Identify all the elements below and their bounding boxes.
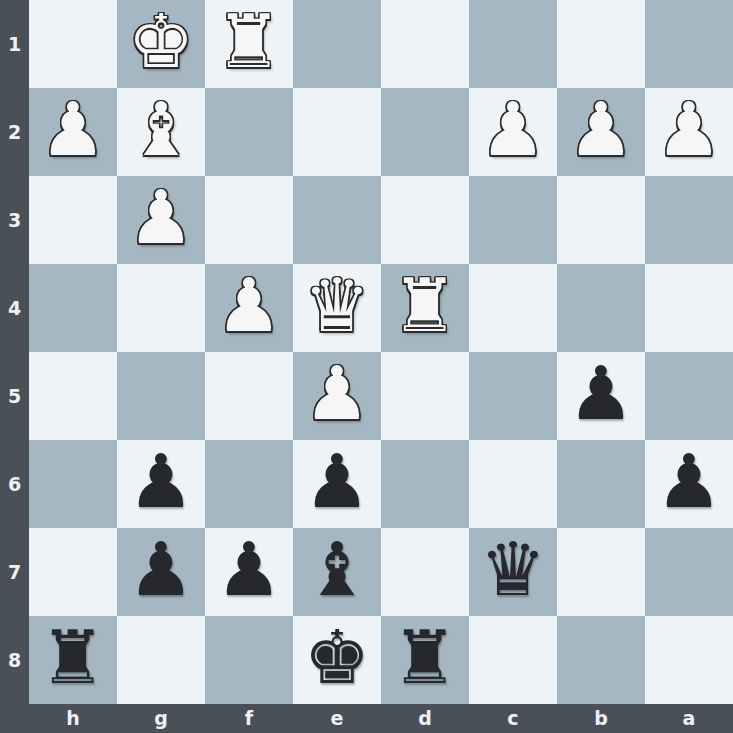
square-e8[interactable]: ♚ <box>293 616 381 704</box>
rank-label-6: 6 <box>0 440 29 528</box>
square-h6[interactable] <box>29 440 117 528</box>
file-label-a: a <box>645 704 733 733</box>
square-e5[interactable]: ♟ <box>293 352 381 440</box>
rank-label-2: 2 <box>0 88 29 176</box>
white-pawn-piece[interactable]: ♟ <box>40 88 106 173</box>
black-pawn-piece[interactable]: ♟ <box>568 352 634 437</box>
square-h5[interactable] <box>29 352 117 440</box>
square-a7[interactable] <box>645 528 733 616</box>
square-a4[interactable] <box>645 264 733 352</box>
file-label-c: c <box>469 704 557 733</box>
rank-label-5: 5 <box>0 352 29 440</box>
square-b1[interactable] <box>557 0 645 88</box>
file-label-d: d <box>381 704 469 733</box>
square-c4[interactable] <box>469 264 557 352</box>
square-d6[interactable] <box>381 440 469 528</box>
black-king-piece[interactable]: ♚ <box>304 616 370 701</box>
square-g7[interactable]: ♟ <box>117 528 205 616</box>
file-label-g: g <box>117 704 205 733</box>
square-f1[interactable]: ♜ <box>205 0 293 88</box>
square-e7[interactable]: ♝ <box>293 528 381 616</box>
black-rook-piece[interactable]: ♜ <box>392 616 458 701</box>
file-label-h: h <box>29 704 117 733</box>
square-f4[interactable]: ♟ <box>205 264 293 352</box>
square-c2[interactable]: ♟ <box>469 88 557 176</box>
square-e6[interactable]: ♟ <box>293 440 381 528</box>
square-c5[interactable] <box>469 352 557 440</box>
square-h8[interactable]: ♜ <box>29 616 117 704</box>
square-f2[interactable] <box>205 88 293 176</box>
square-b6[interactable] <box>557 440 645 528</box>
square-a2[interactable]: ♟ <box>645 88 733 176</box>
rank-label-7: 7 <box>0 528 29 616</box>
square-a6[interactable]: ♟ <box>645 440 733 528</box>
square-h7[interactable] <box>29 528 117 616</box>
square-f5[interactable] <box>205 352 293 440</box>
square-f7[interactable]: ♟ <box>205 528 293 616</box>
rank-label-3: 3 <box>0 176 29 264</box>
square-d2[interactable] <box>381 88 469 176</box>
square-f8[interactable] <box>205 616 293 704</box>
square-c6[interactable] <box>469 440 557 528</box>
square-d3[interactable] <box>381 176 469 264</box>
chess-board: 1♚♜2♟♝♟♟♟3♟4♟♛♜5♟♟6♟♟♟7♟♟♝♛8♜♚♜hgfedcba <box>0 0 733 733</box>
square-c7[interactable]: ♛ <box>469 528 557 616</box>
square-a5[interactable] <box>645 352 733 440</box>
square-g8[interactable] <box>117 616 205 704</box>
square-d1[interactable] <box>381 0 469 88</box>
square-b3[interactable] <box>557 176 645 264</box>
square-b5[interactable]: ♟ <box>557 352 645 440</box>
square-e2[interactable] <box>293 88 381 176</box>
black-queen-piece[interactable]: ♛ <box>480 528 546 613</box>
square-c1[interactable] <box>469 0 557 88</box>
black-bishop-piece[interactable]: ♝ <box>304 528 370 613</box>
square-b8[interactable] <box>557 616 645 704</box>
square-c3[interactable] <box>469 176 557 264</box>
corner-cell <box>0 704 29 733</box>
square-b7[interactable] <box>557 528 645 616</box>
square-a3[interactable] <box>645 176 733 264</box>
square-e3[interactable] <box>293 176 381 264</box>
white-rook-piece[interactable]: ♜ <box>216 0 282 85</box>
square-b2[interactable]: ♟ <box>557 88 645 176</box>
square-b4[interactable] <box>557 264 645 352</box>
square-a1[interactable] <box>645 0 733 88</box>
file-label-e: e <box>293 704 381 733</box>
white-queen-piece[interactable]: ♛ <box>304 264 370 349</box>
square-f3[interactable] <box>205 176 293 264</box>
square-d8[interactable]: ♜ <box>381 616 469 704</box>
square-h2[interactable]: ♟ <box>29 88 117 176</box>
square-h1[interactable] <box>29 0 117 88</box>
square-g5[interactable] <box>117 352 205 440</box>
square-g4[interactable] <box>117 264 205 352</box>
square-d7[interactable] <box>381 528 469 616</box>
square-f6[interactable] <box>205 440 293 528</box>
black-pawn-piece[interactable]: ♟ <box>216 528 282 613</box>
rank-label-4: 4 <box>0 264 29 352</box>
file-label-b: b <box>557 704 645 733</box>
black-pawn-piece[interactable]: ♟ <box>128 440 194 525</box>
square-h3[interactable] <box>29 176 117 264</box>
white-pawn-piece[interactable]: ♟ <box>128 176 194 261</box>
white-pawn-piece[interactable]: ♟ <box>216 264 282 349</box>
rank-label-1: 1 <box>0 0 29 88</box>
white-pawn-piece[interactable]: ♟ <box>480 88 546 173</box>
square-h4[interactable] <box>29 264 117 352</box>
square-d4[interactable]: ♜ <box>381 264 469 352</box>
black-pawn-piece[interactable]: ♟ <box>656 440 722 525</box>
square-g2[interactable]: ♝ <box>117 88 205 176</box>
rank-label-8: 8 <box>0 616 29 704</box>
white-bishop-piece[interactable]: ♝ <box>128 88 194 173</box>
square-d5[interactable] <box>381 352 469 440</box>
black-pawn-piece[interactable]: ♟ <box>304 440 370 525</box>
chess-board-frame: 1♚♜2♟♝♟♟♟3♟4♟♛♜5♟♟6♟♟♟7♟♟♝♛8♜♚♜hgfedcba <box>0 0 733 733</box>
white-pawn-piece[interactable]: ♟ <box>656 88 722 173</box>
square-g1[interactable]: ♚ <box>117 0 205 88</box>
white-king-piece[interactable]: ♚ <box>128 0 194 85</box>
square-g3[interactable]: ♟ <box>117 176 205 264</box>
square-c8[interactable] <box>469 616 557 704</box>
square-g6[interactable]: ♟ <box>117 440 205 528</box>
black-rook-piece[interactable]: ♜ <box>40 616 106 701</box>
black-pawn-piece[interactable]: ♟ <box>128 528 194 613</box>
square-e4[interactable]: ♛ <box>293 264 381 352</box>
white-pawn-piece[interactable]: ♟ <box>304 352 370 437</box>
square-a8[interactable] <box>645 616 733 704</box>
file-label-f: f <box>205 704 293 733</box>
white-rook-piece[interactable]: ♜ <box>392 264 458 349</box>
square-e1[interactable] <box>293 0 381 88</box>
white-pawn-piece[interactable]: ♟ <box>568 88 634 173</box>
